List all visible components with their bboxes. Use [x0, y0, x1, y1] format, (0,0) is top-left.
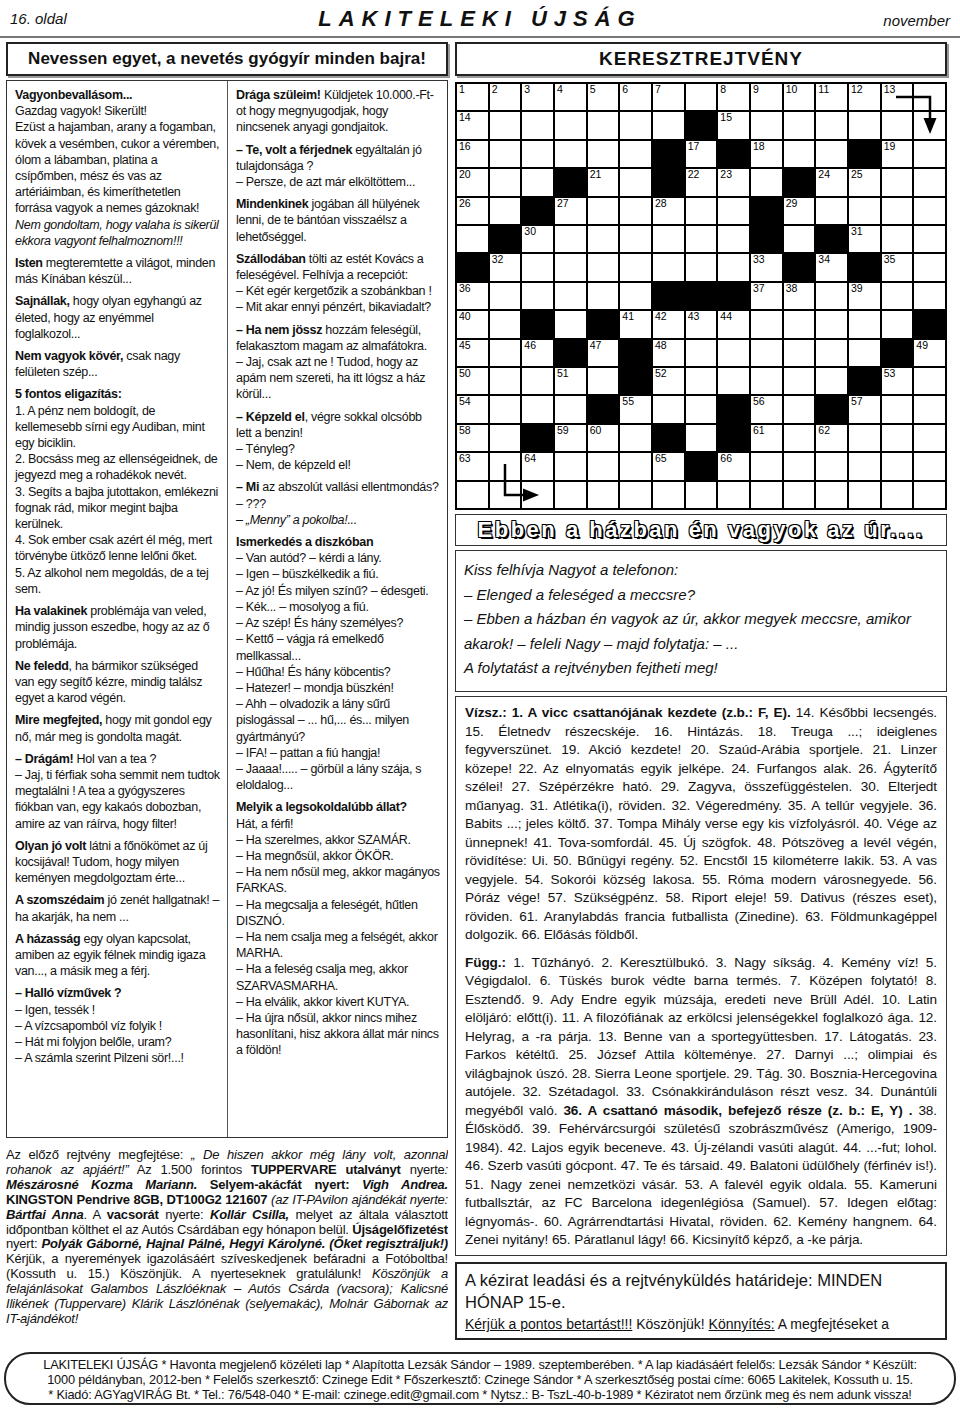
clue-number: 11: [818, 83, 829, 95]
text-segment: TUPPERVARE utalványt: [251, 1162, 401, 1177]
white-cell: 13: [882, 84, 913, 110]
white-cell: [620, 169, 651, 195]
joke-paragraph: – Hűűha! És hány köbcentis?: [236, 664, 440, 680]
white-cell: [882, 169, 913, 195]
white-cell: 52: [653, 368, 684, 394]
black-cell: [718, 141, 749, 167]
clue-number: 57: [851, 395, 863, 407]
white-cell: [555, 254, 586, 280]
riddle-line: A folytatást a rejtvényben fejtheti meg!: [464, 656, 938, 681]
white-cell: 37: [751, 283, 782, 309]
joke-paragraph: Gazdag vagyok! Sikerült!: [15, 103, 220, 119]
clue-number: 25: [851, 168, 863, 180]
black-cell: [914, 311, 945, 337]
text-segment: 1. Tűzhányó. 2. Keresztülbukó. 3. Nagy s…: [465, 955, 937, 1118]
clue-number: 32: [492, 253, 504, 265]
white-cell: [490, 340, 521, 366]
black-cell: [522, 425, 553, 451]
text-segment: Az 1.500 forintos: [129, 1162, 251, 1177]
white-cell: 30: [522, 226, 553, 252]
joke-paragraph: Mire megfejted, hogy mit gondol egy nő, …: [15, 712, 220, 744]
jokes-section-title: Nevessen egyet, a nevetés gyógyír minden…: [6, 42, 448, 76]
crossword-section-title: KERESZTREJTVÉNY: [455, 42, 947, 76]
white-cell: [751, 368, 782, 394]
white-cell: [588, 226, 619, 252]
white-cell: 5: [588, 84, 619, 110]
clue-number: 47: [590, 339, 602, 351]
clue-number: 31: [851, 225, 863, 237]
clue-number: 12: [851, 83, 863, 95]
white-cell: 36: [457, 283, 488, 309]
joke-paragraph: – Igen – büszkélkedik a fiú.: [236, 566, 440, 582]
white-cell: [914, 112, 945, 138]
clue-number: 19: [884, 140, 896, 152]
clue-number: 20: [459, 168, 471, 180]
clue-number: 48: [655, 339, 667, 351]
joke-paragraph: – „Menny” a pokolba!...: [236, 512, 440, 528]
joke-paragraph: 2. Bocsáss meg az ellenségeidnek, de jeg…: [15, 451, 220, 483]
previous-solution-paragraph: Az előző rejtvény megfejtése: „ De hisze…: [6, 1148, 448, 1340]
white-cell: 33: [751, 254, 782, 280]
text-segment: Köszönjük!: [632, 1316, 708, 1332]
clue-number: 44: [720, 310, 732, 322]
white-cell: [914, 396, 945, 422]
white-cell: [620, 141, 651, 167]
joke-paragraph: Drága szüleim! Küldjetek 10.000.-Ft-ot h…: [236, 87, 440, 136]
clue-number: 18: [753, 140, 765, 152]
joke-paragraph: – Tényleg?: [236, 441, 440, 457]
joke-paragraph: – ???: [236, 496, 440, 512]
joke-paragraph: Ha valakinek problémája van veled, mindi…: [15, 603, 220, 652]
joke-paragraph: A házasság egy olyan kapcsolat, amiben a…: [15, 931, 220, 980]
joke-paragraph: – Halló vízművek ?: [15, 985, 220, 1001]
clue-number: 29: [786, 197, 798, 209]
joke-paragraph: Hát, a férfi!: [236, 816, 440, 832]
white-cell: [816, 482, 847, 508]
white-cell: 11: [816, 84, 847, 110]
black-cell: [555, 340, 586, 366]
white-cell: [653, 254, 684, 280]
clue-number: 41: [622, 310, 634, 322]
white-cell: 31: [849, 226, 880, 252]
white-cell: [751, 340, 782, 366]
clue-number: 54: [459, 395, 471, 407]
white-cell: 60: [588, 425, 619, 451]
black-cell: [751, 226, 782, 252]
white-cell: [882, 112, 913, 138]
white-cell: 66: [718, 453, 749, 479]
text-segment: Selyem-akácfát nyert:: [210, 1177, 362, 1192]
text-segment: nyerte:: [159, 1207, 210, 1222]
joke-paragraph: – A vízcsapomból víz folyik !: [15, 1018, 220, 1034]
joke-paragraph: – Az jó! És milyen színű? – édesgeti.: [236, 583, 440, 599]
joke-paragraph: 5. Az alkohol nem megoldás, de a tej sem…: [15, 565, 220, 597]
black-cell: [653, 169, 684, 195]
white-cell: [914, 283, 945, 309]
white-cell: [882, 283, 913, 309]
white-cell: [816, 283, 847, 309]
clue-number: 36: [459, 282, 471, 294]
clue-number: 43: [688, 310, 700, 322]
white-cell: 51: [555, 368, 586, 394]
crossword-grid: 1234567891011121314151617181920212223242…: [455, 82, 947, 510]
white-cell: [784, 368, 815, 394]
white-cell: [686, 84, 717, 110]
white-cell: [555, 141, 586, 167]
riddle-line: – Elenged a feleséged a meccsre?: [464, 583, 938, 608]
white-cell: 39: [849, 283, 880, 309]
white-cell: 10: [784, 84, 815, 110]
white-cell: [588, 254, 619, 280]
joke-paragraph: – Ha megnősül, akkor ÖKÖR.: [236, 848, 440, 864]
text-segment: Bártfai Anna: [6, 1207, 83, 1222]
white-cell: [490, 311, 521, 337]
clue-number: 15: [720, 111, 732, 123]
joke-paragraph: Mindenkinek jogában áll hülyének lenni, …: [236, 196, 440, 245]
black-cell: [653, 141, 684, 167]
black-cell: [555, 169, 586, 195]
white-cell: [784, 311, 815, 337]
joke-paragraph: – Kék... – mosolyog a fiú.: [236, 599, 440, 615]
white-cell: [751, 169, 782, 195]
clue-number: 34: [818, 253, 830, 265]
text-segment: Újságelőfizetést: [352, 1222, 448, 1237]
clue-number: 16: [459, 140, 471, 152]
white-cell: 48: [653, 340, 684, 366]
joke-paragraph: – Jaj, ti férfiak soha semmit nem tudtok…: [15, 767, 220, 832]
joke-paragraph: Ismerkedés a diszkóban: [236, 534, 440, 550]
page-header: 16. oldal LAKITELEKI ÚJSÁG november: [0, 6, 960, 32]
white-cell: [490, 368, 521, 394]
white-cell: [522, 169, 553, 195]
clue-number: 33: [753, 253, 765, 265]
white-cell: 44: [718, 311, 749, 337]
white-cell: 35: [882, 254, 913, 280]
white-cell: [816, 198, 847, 224]
white-cell: [588, 453, 619, 479]
joke-paragraph: – Ha a feleség csalja meg, akkor SZARVAS…: [236, 961, 440, 993]
white-cell: [620, 198, 651, 224]
white-cell: [718, 482, 749, 508]
clue-number: 63: [459, 452, 471, 464]
joke-paragraph: – IFA! – pattan a fiú hangja!: [236, 745, 440, 761]
imprint-line: 1000 példányban, 2012-ben * Felelős szer…: [24, 1372, 936, 1387]
jokes-column-left: Vagyonbevallásom... Gazdag vagyok! Siker…: [7, 81, 227, 1137]
joke-paragraph: – Ha szerelmes, akkor SZAMÁR.: [236, 832, 440, 848]
clue-number: 64: [524, 452, 536, 464]
joke-paragraph: – Ha nem jössz hozzám feleségül, felakas…: [236, 322, 440, 354]
white-cell: [784, 340, 815, 366]
clue-number: 62: [818, 424, 830, 436]
white-cell: [849, 340, 880, 366]
white-cell: 6: [620, 84, 651, 110]
white-cell: [816, 340, 847, 366]
white-cell: [522, 141, 553, 167]
joke-paragraph: – Drágám! Hol van a tea ?: [15, 751, 220, 767]
white-cell: [882, 311, 913, 337]
white-cell: [490, 283, 521, 309]
imprint-line: * Kiadó: AGYagVIRÁG Bt. * Tel.: 76/548-0…: [24, 1387, 936, 1402]
white-cell: 56: [751, 396, 782, 422]
clue-number: 37: [753, 282, 765, 294]
joke-paragraph: Ne feledd, ha bármikor szükséged van egy…: [15, 658, 220, 707]
white-cell: 20: [457, 169, 488, 195]
text-segment: Mészárosné Kozma Mariann.: [6, 1177, 197, 1192]
white-cell: [816, 141, 847, 167]
white-cell: 26: [457, 198, 488, 224]
white-cell: 17: [686, 141, 717, 167]
jokes-box: Vagyonbevallásom... Gazdag vagyok! Siker…: [6, 80, 448, 1138]
white-cell: [620, 112, 651, 138]
white-cell: 12: [849, 84, 880, 110]
joke-paragraph: – A számla szerint Pilzeni sör!...!: [15, 1050, 220, 1066]
white-cell: [620, 425, 651, 451]
clue-number: 61: [753, 424, 765, 436]
text-segment: Az előző rejtvény megfejtése:: [6, 1148, 191, 1162]
white-cell: [653, 112, 684, 138]
white-cell: [588, 368, 619, 394]
text-segment: [197, 1177, 210, 1192]
black-cell: [849, 368, 880, 394]
white-cell: 25: [849, 169, 880, 195]
white-cell: [784, 396, 815, 422]
white-cell: [849, 198, 880, 224]
black-cell: [620, 368, 651, 394]
joke-paragraph: – Mit akar ennyi pénzért, bikaviadalt?: [236, 299, 440, 315]
white-cell: 22: [686, 169, 717, 195]
white-cell: [686, 226, 717, 252]
white-cell: [555, 482, 586, 508]
clue-number: 45: [459, 339, 471, 351]
down-clues: Függ.: 1. Tűzhányó. 2. Keresztülbukó. 3.…: [465, 954, 937, 1250]
black-cell: [718, 425, 749, 451]
white-cell: [718, 368, 749, 394]
white-cell: 38: [784, 283, 815, 309]
deadline-box: A kézirat leadási és a rejtvényküldés ha…: [455, 1262, 947, 1340]
joke-paragraph: – Te, volt a férjednek egyáltalán jó tul…: [236, 142, 440, 174]
joke-paragraph: – Jaaaa!..... – görbül a lány szája, s e…: [236, 761, 440, 793]
text-segment: nyerte: [401, 1162, 445, 1177]
white-cell: [522, 396, 553, 422]
clue-number: 3: [524, 83, 530, 95]
white-cell: 53: [882, 368, 913, 394]
clue-number: 23: [720, 168, 732, 180]
black-cell: [522, 311, 553, 337]
joke-paragraph: – Mi az abszolút vallási ellentmondás?: [236, 479, 440, 495]
black-cell: [816, 396, 847, 422]
deadline-line2: Kérjük a pontos betartást!!! Köszönjük! …: [465, 1313, 937, 1340]
paper-title: LAKITELEKI ÚJSÁG: [0, 6, 960, 32]
white-cell: 47: [588, 340, 619, 366]
text-segment: Vízsz.: 1. A vicc csattanójának kezdete …: [465, 705, 791, 720]
white-cell: 18: [751, 141, 782, 167]
white-cell: 42: [653, 311, 684, 337]
text-segment: Kollár Csilla,: [210, 1207, 289, 1222]
white-cell: [751, 311, 782, 337]
joke-paragraph: Sajnállak, hogy olyan egyhangú az életed…: [15, 293, 220, 342]
clue-number: 38: [786, 282, 798, 294]
crossword-clues-box: Vízsz.: 1. A vicc csattanójának kezdete …: [455, 696, 947, 1256]
joke-paragraph: – Igen, tessék !: [15, 1002, 220, 1018]
clue-number: 21: [590, 168, 602, 180]
clue-number: 49: [916, 339, 928, 351]
white-cell: [686, 482, 717, 508]
clue-number: 17: [688, 140, 700, 152]
white-cell: 21: [588, 169, 619, 195]
crossword-riddle-box: Kiss felhívja Nagyot a telefonon:– Eleng…: [455, 550, 947, 692]
riddle-line: – Ebben a házban én vagyok az úr, akkor …: [464, 607, 938, 656]
white-cell: 63: [457, 453, 488, 479]
joke-paragraph: – Ha elválik, akkor kivert KUTYA.: [236, 994, 440, 1010]
white-cell: [849, 311, 880, 337]
joke-paragraph: – Nem, de képzeld el!: [236, 457, 440, 473]
white-cell: [816, 311, 847, 337]
white-cell: [653, 482, 684, 508]
white-cell: 24: [816, 169, 847, 195]
clue-number: 53: [884, 367, 896, 379]
joke-paragraph: Ezüst a hajamban, arany a fogamban, köve…: [15, 119, 220, 216]
white-cell: 29: [784, 198, 815, 224]
white-cell: [522, 283, 553, 309]
clue-number: 2: [492, 83, 498, 95]
white-cell: 34: [816, 254, 847, 280]
white-cell: [620, 283, 651, 309]
clue-number: 58: [459, 424, 471, 436]
joke-paragraph: Isten megteremtette a világot, minden má…: [15, 255, 220, 287]
joke-paragraph: – Hát mi folyjon belőle, uram?: [15, 1034, 220, 1050]
clue-number: 50: [459, 367, 471, 379]
white-cell: 9: [751, 84, 782, 110]
clue-number: 60: [590, 424, 602, 436]
joke-paragraph: Melyik a legsokoldalúbb állat?: [236, 799, 440, 815]
joke-paragraph: Szállodában tölti az estét Kovács a fele…: [236, 251, 440, 283]
black-cell: [849, 254, 880, 280]
white-cell: 27: [555, 198, 586, 224]
white-cell: [555, 283, 586, 309]
joke-paragraph: 3. Segíts a bajba jutottakon, emlékezni …: [15, 484, 220, 533]
joke-paragraph: – Jaj, csak azt ne ! Tudod, hogy az apám…: [236, 354, 440, 403]
black-cell: [882, 340, 913, 366]
text-segment: Könnyítés:: [709, 1316, 775, 1332]
joke-paragraph: 4. Sok ember csak azért él még, mert tör…: [15, 532, 220, 564]
white-cell: 7: [653, 84, 684, 110]
black-cell: [522, 198, 553, 224]
white-cell: 3: [522, 84, 553, 110]
clue-number: 28: [655, 197, 667, 209]
joke-paragraph: – Hatezer! – mondja büszkén!: [236, 680, 440, 696]
white-cell: [849, 425, 880, 451]
white-cell: 64: [522, 453, 553, 479]
white-cell: 58: [457, 425, 488, 451]
black-cell: [849, 141, 880, 167]
white-cell: [653, 396, 684, 422]
text-segment: nyert:: [6, 1236, 41, 1251]
black-cell: [686, 453, 717, 479]
white-cell: [849, 112, 880, 138]
white-cell: [784, 482, 815, 508]
clue-number: 8: [720, 83, 726, 95]
imprint-line: LAKITELEKI ÚJSÁG * Havonta megjelenő köz…: [24, 1357, 936, 1372]
white-cell: 59: [555, 425, 586, 451]
white-cell: 46: [522, 340, 553, 366]
crossword-cells: 1234567891011121314151617181920212223242…: [455, 82, 947, 510]
white-cell: [686, 368, 717, 394]
clue-number: 40: [459, 310, 471, 322]
white-cell: [718, 254, 749, 280]
clue-number: 30: [524, 225, 536, 237]
joke-paragraph: – Persze, de azt már elköltöttem...: [236, 174, 440, 190]
white-cell: [588, 482, 619, 508]
joke-paragraph: – Van autód? – kérdi a lány.: [236, 550, 440, 566]
white-cell: [882, 425, 913, 451]
white-cell: [653, 226, 684, 252]
clue-number: 6: [622, 83, 628, 95]
clue-number: 14: [459, 111, 471, 123]
black-cell: [816, 226, 847, 252]
black-cell: [620, 340, 651, 366]
white-cell: [457, 482, 488, 508]
clue-number: 65: [655, 452, 667, 464]
white-cell: 15: [718, 112, 749, 138]
text-segment: KINGSTON Pendrive 8GB, DT100G2 121607: [6, 1192, 271, 1207]
joke-paragraph: Nem gondoltam, hogy valaha is sikerül ek…: [15, 217, 220, 249]
white-cell: 49: [914, 340, 945, 366]
white-cell: [620, 482, 651, 508]
clue-number: 4: [557, 83, 563, 95]
clue-number: 35: [884, 253, 896, 265]
clue-number: 10: [786, 83, 798, 95]
white-cell: [882, 396, 913, 422]
white-cell: [522, 368, 553, 394]
imprint-footer: LAKITELEKI ÚJSÁG * Havonta megjelenő köz…: [4, 1352, 956, 1405]
white-cell: [490, 169, 521, 195]
white-cell: 32: [490, 254, 521, 280]
text-segment: 14. Későbbi lecsengés. 15. Életnedv rész…: [465, 705, 937, 942]
text-segment: vacsorát: [107, 1207, 159, 1222]
white-cell: [784, 112, 815, 138]
joke-paragraph: Olyan jó volt látni a főnökömet az új ko…: [15, 838, 220, 887]
white-cell: [784, 141, 815, 167]
white-cell: 4: [555, 84, 586, 110]
white-cell: 28: [653, 198, 684, 224]
white-cell: [914, 141, 945, 167]
clue-number: 52: [655, 367, 667, 379]
white-cell: [882, 226, 913, 252]
white-cell: [555, 311, 586, 337]
white-cell: 19: [882, 141, 913, 167]
white-cell: [882, 198, 913, 224]
clue-number: 66: [720, 452, 732, 464]
white-cell: 65: [653, 453, 684, 479]
white-cell: [914, 169, 945, 195]
white-cell: 50: [457, 368, 488, 394]
white-cell: [816, 112, 847, 138]
joke-paragraph: – Az szép! És hány személyes?: [236, 615, 440, 631]
clue-number: 1: [459, 83, 465, 95]
white-cell: 14: [457, 112, 488, 138]
text-segment: :: [445, 1162, 448, 1177]
black-cell: [686, 112, 717, 138]
issue-month: november: [883, 12, 950, 29]
black-cell: [490, 226, 521, 252]
white-cell: [457, 226, 488, 252]
joke-paragraph: 5 fontos eligazítás:: [15, 386, 220, 402]
white-cell: [588, 198, 619, 224]
white-cell: 16: [457, 141, 488, 167]
white-cell: [718, 198, 749, 224]
white-cell: 57: [849, 396, 880, 422]
white-cell: [522, 254, 553, 280]
